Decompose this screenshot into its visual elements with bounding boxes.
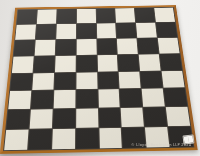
square-e3[interactable] [98,89,120,107]
square-f6[interactable] [117,38,138,54]
square-c4[interactable] [54,72,75,89]
checkerboard [3,7,194,151]
square-e2[interactable] [98,108,121,127]
square-h3[interactable] [164,88,188,106]
square-a2[interactable] [6,110,30,129]
square-b3[interactable] [31,91,53,109]
square-c5[interactable] [55,55,76,72]
square-d4[interactable] [76,72,97,89]
square-b5[interactable] [33,56,54,73]
board-photo: © Lloyds Barrington LLP 2024 [0,0,200,156]
square-d5[interactable] [76,55,96,72]
square-g8[interactable] [135,8,155,22]
square-c3[interactable] [53,90,75,108]
square-b2[interactable] [29,109,52,128]
square-d7[interactable] [76,24,96,39]
square-e8[interactable] [96,9,115,23]
square-a3[interactable] [8,91,31,109]
square-b7[interactable] [36,24,56,39]
square-h5[interactable] [160,54,182,71]
square-h2[interactable] [166,107,190,126]
square-g7[interactable] [136,23,157,38]
square-c8[interactable] [57,9,76,23]
square-f4[interactable] [119,71,141,88]
square-c6[interactable] [55,39,75,55]
square-f3[interactable] [120,89,143,107]
square-g2[interactable] [143,107,167,126]
square-h7[interactable] [156,22,177,37]
square-f7[interactable] [116,23,136,38]
square-d2[interactable] [76,109,98,128]
square-e5[interactable] [97,55,118,72]
square-f2[interactable] [121,108,144,127]
square-d1[interactable] [76,128,99,148]
square-d3[interactable] [76,90,98,108]
square-f5[interactable] [118,54,139,71]
square-g3[interactable] [142,89,165,107]
square-g5[interactable] [139,54,161,71]
square-c2[interactable] [53,109,75,128]
square-b8[interactable] [37,9,57,23]
square-d8[interactable] [77,9,96,23]
square-e6[interactable] [97,39,117,55]
square-f8[interactable] [116,8,136,22]
square-b4[interactable] [32,73,54,90]
square-a1[interactable] [4,130,28,151]
square-a4[interactable] [10,73,32,90]
square-b6[interactable] [35,40,56,56]
square-e4[interactable] [98,72,119,89]
square-h6[interactable] [158,38,180,54]
square-c1[interactable] [52,129,75,149]
square-a6[interactable] [14,40,35,56]
board-frame [0,5,198,154]
square-g6[interactable] [138,38,159,54]
square-e1[interactable] [99,128,122,148]
square-c7[interactable] [56,24,76,39]
watermark-text: © Lloyds Barrington LLP 2024 [131,143,191,147]
square-d6[interactable] [76,39,96,55]
square-a8[interactable] [17,10,37,24]
square-h4[interactable] [162,71,185,88]
square-a5[interactable] [12,56,34,73]
square-h8[interactable] [154,8,175,22]
square-e7[interactable] [96,23,116,38]
square-a7[interactable] [15,24,36,39]
square-b1[interactable] [28,129,52,149]
square-g4[interactable] [140,71,162,88]
